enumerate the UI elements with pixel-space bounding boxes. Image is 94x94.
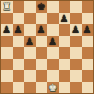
square-g2[interactable] bbox=[70, 70, 82, 82]
square-e7[interactable] bbox=[47, 13, 59, 25]
square-g5[interactable] bbox=[70, 36, 82, 48]
piece-black-pawn[interactable]: ♟ bbox=[70, 24, 82, 36]
square-d5[interactable] bbox=[36, 36, 48, 48]
square-e2[interactable] bbox=[47, 70, 59, 82]
square-g1[interactable] bbox=[70, 82, 82, 94]
square-a3[interactable] bbox=[1, 59, 13, 71]
square-a2[interactable] bbox=[1, 70, 13, 82]
square-e5[interactable]: ♟ bbox=[47, 36, 59, 48]
square-f2[interactable] bbox=[59, 70, 71, 82]
square-c2[interactable] bbox=[24, 70, 36, 82]
square-f5[interactable] bbox=[59, 36, 71, 48]
square-h2[interactable] bbox=[82, 70, 94, 82]
square-b6[interactable]: ♟ bbox=[13, 24, 25, 36]
square-d6[interactable]: ♟ bbox=[36, 24, 48, 36]
square-c3[interactable] bbox=[24, 59, 36, 71]
square-a8[interactable]: ♜ bbox=[1, 1, 13, 13]
square-d7[interactable] bbox=[36, 13, 48, 25]
square-d8[interactable]: ♚ bbox=[36, 1, 48, 13]
square-a4[interactable] bbox=[1, 47, 13, 59]
piece-black-king[interactable]: ♚ bbox=[36, 1, 48, 13]
piece-black-pawn[interactable]: ♟ bbox=[36, 24, 48, 36]
square-e3[interactable] bbox=[47, 59, 59, 71]
piece-black-pawn[interactable]: ♟ bbox=[82, 24, 94, 36]
square-f1[interactable] bbox=[59, 82, 71, 94]
square-b3[interactable] bbox=[13, 59, 25, 71]
piece-white-king[interactable]: ♚ bbox=[47, 82, 59, 94]
square-a5[interactable] bbox=[1, 36, 13, 48]
square-e6[interactable] bbox=[47, 24, 59, 36]
square-b1[interactable] bbox=[13, 82, 25, 94]
piece-black-pawn[interactable]: ♟ bbox=[1, 24, 13, 36]
square-c7[interactable] bbox=[24, 13, 36, 25]
piece-black-pawn[interactable]: ♟ bbox=[13, 24, 25, 36]
square-d2[interactable] bbox=[36, 70, 48, 82]
piece-black-pawn[interactable]: ♟ bbox=[24, 36, 36, 48]
square-a7[interactable] bbox=[1, 13, 13, 25]
square-b2[interactable] bbox=[13, 70, 25, 82]
square-e1[interactable]: ♚ bbox=[47, 82, 59, 94]
square-f6[interactable] bbox=[59, 24, 71, 36]
square-e8[interactable] bbox=[47, 1, 59, 13]
square-h8[interactable] bbox=[82, 1, 94, 13]
square-c8[interactable] bbox=[24, 1, 36, 13]
square-g6[interactable]: ♟ bbox=[70, 24, 82, 36]
square-b5[interactable] bbox=[13, 36, 25, 48]
piece-black-pawn[interactable]: ♟ bbox=[47, 36, 59, 48]
square-c1[interactable] bbox=[24, 82, 36, 94]
square-d1[interactable] bbox=[36, 82, 48, 94]
square-d4[interactable] bbox=[36, 47, 48, 59]
square-e4[interactable] bbox=[47, 47, 59, 59]
square-h4[interactable] bbox=[82, 47, 94, 59]
square-h1[interactable] bbox=[82, 82, 94, 94]
square-g4[interactable] bbox=[70, 47, 82, 59]
square-f3[interactable] bbox=[59, 59, 71, 71]
square-d3[interactable] bbox=[36, 59, 48, 71]
square-c5[interactable]: ♟ bbox=[24, 36, 36, 48]
square-f8[interactable] bbox=[59, 1, 71, 13]
chess-board-container: ♜♚♟♟♟♟♟♟♟♟♚ bbox=[0, 0, 94, 94]
piece-white-rook[interactable]: ♜ bbox=[1, 1, 13, 13]
square-b8[interactable] bbox=[13, 1, 25, 13]
square-f4[interactable] bbox=[59, 47, 71, 59]
square-h3[interactable] bbox=[82, 59, 94, 71]
square-a1[interactable] bbox=[1, 82, 13, 94]
square-a6[interactable]: ♟ bbox=[1, 24, 13, 36]
square-h6[interactable]: ♟ bbox=[82, 24, 94, 36]
square-g3[interactable] bbox=[70, 59, 82, 71]
square-g8[interactable] bbox=[70, 1, 82, 13]
square-g7[interactable] bbox=[70, 13, 82, 25]
chess-board: ♜♚♟♟♟♟♟♟♟♟♚ bbox=[0, 0, 94, 94]
piece-black-pawn[interactable]: ♟ bbox=[59, 13, 71, 25]
square-c6[interactable] bbox=[24, 24, 36, 36]
square-h7[interactable] bbox=[82, 13, 94, 25]
square-f7[interactable]: ♟ bbox=[59, 13, 71, 25]
square-c4[interactable] bbox=[24, 47, 36, 59]
square-h5[interactable] bbox=[82, 36, 94, 48]
square-b4[interactable] bbox=[13, 47, 25, 59]
square-b7[interactable] bbox=[13, 13, 25, 25]
